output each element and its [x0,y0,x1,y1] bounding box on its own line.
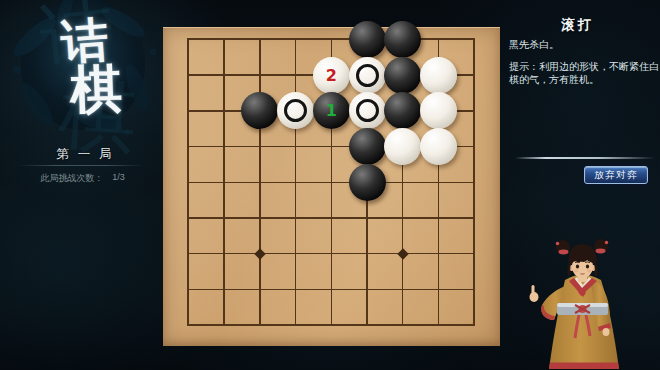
stone-white: 2 [313,57,350,94]
puzzle-info-panel: 滚打 黑先杀白。 提示：利用边的形状，不断紧住白棋的气，方有胜机。 放弃对弈 [505,0,660,200]
circle-marker [356,99,379,122]
girl-character-illustration [505,230,660,370]
stone-black [349,164,386,201]
move-number-label: 2 [326,66,337,85]
puzzle-objective: 黑先杀白。 [509,38,659,52]
round-label: 第一局 [0,146,168,163]
stone-black [349,21,386,58]
stone-white [420,57,457,94]
board-face[interactable]: 21 [163,27,500,346]
right-divider [515,157,655,159]
puzzle-hint: 提示：利用边的形状，不断紧住白棋的气，方有胜机。 [509,60,660,86]
go-board[interactable]: 21 [163,27,500,352]
stone-black [349,128,386,165]
attempts-value: 1/3 [112,172,125,185]
circle-marker [284,99,307,122]
stone-black [384,57,421,94]
puzzle-title: 滚打 [505,16,650,34]
stone-white [349,57,386,94]
grid-line-horizontal [189,217,475,219]
grid-line-horizontal [189,289,475,291]
move-number-label: 1 [326,101,337,120]
stone-black [384,21,421,58]
grid-line-horizontal [189,182,475,184]
give-up-button[interactable]: 放弃对弈 [584,166,648,184]
stone-white [384,128,421,165]
stone-black: 1 [313,92,350,129]
attempts-counter: 此局挑战次数： 1/3 [0,172,165,185]
tsumego-game-screen: 诘 棋 诘 棋 第一局 此局挑战次数： 1/3 21 滚打 黑先杀白。 提示：利… [0,0,660,370]
logo-char-qi: 棋 [69,62,123,116]
circle-marker [356,64,379,87]
grid-line-horizontal [189,253,475,255]
stone-white [420,128,457,165]
stone-white [349,92,386,129]
stone-white [420,92,457,129]
left-divider [18,165,144,166]
left-panel: 诘 棋 诘 棋 第一局 此局挑战次数： 1/3 [0,0,165,370]
attempts-label: 此局挑战次数： [40,172,103,185]
